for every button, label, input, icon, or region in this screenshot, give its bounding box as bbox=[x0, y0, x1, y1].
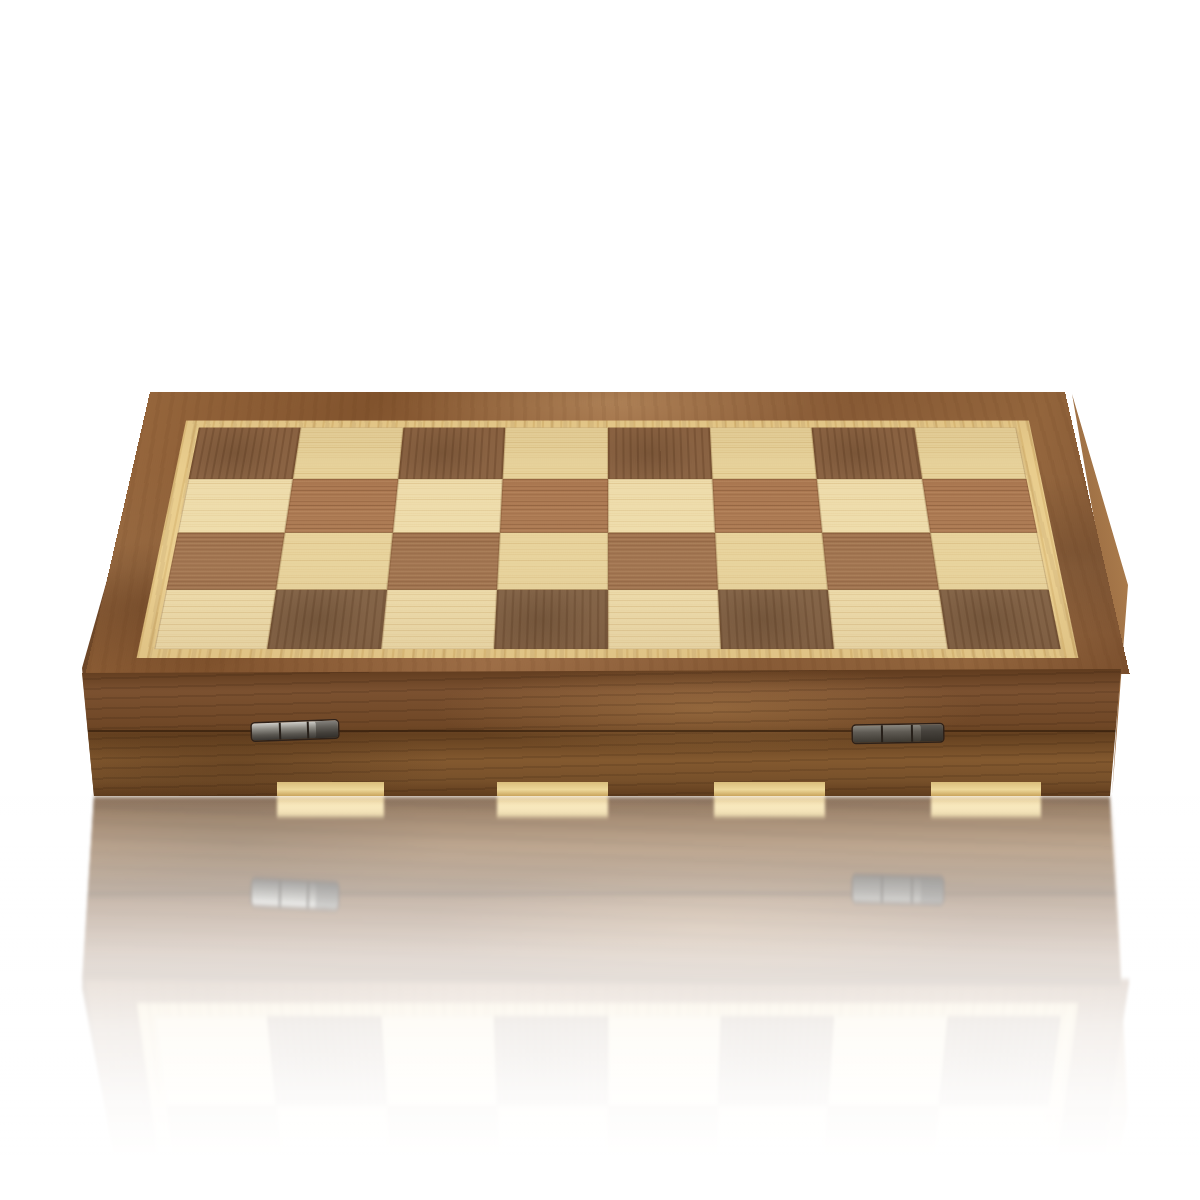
board-square-r3c8-light bbox=[930, 533, 1049, 590]
board-square-r3c2-light bbox=[277, 533, 393, 590]
board-square-r2c5-light bbox=[608, 479, 715, 533]
board-square-r4c5-light bbox=[608, 589, 721, 649]
board-square-r1c5-dark bbox=[608, 428, 713, 479]
maple-inlay-border bbox=[137, 421, 1079, 658]
board-square-r3c5-dark bbox=[608, 533, 718, 590]
fold-seam-line bbox=[82, 730, 1121, 732]
box-front-face bbox=[82, 668, 1121, 796]
bottom-edge-light-strip bbox=[497, 782, 608, 796]
board-square-r2c4-dark bbox=[500, 479, 607, 533]
board-square-r2c8-dark bbox=[922, 479, 1038, 533]
board-square-r3c7-dark bbox=[822, 533, 938, 590]
reflection-fade-overlay bbox=[0, 796, 1200, 1200]
board-square-r4c2-dark bbox=[268, 589, 387, 649]
bottom-edge-light-strip bbox=[931, 782, 1041, 796]
board-square-r1c4-light bbox=[503, 428, 608, 479]
board-square-r4c6-dark bbox=[718, 589, 834, 649]
board-square-r1c7-dark bbox=[812, 428, 922, 479]
hinge-left-icon bbox=[252, 721, 339, 741]
board-square-r2c1-light bbox=[178, 479, 294, 533]
board-square-r4c8-dark bbox=[938, 589, 1060, 649]
board-square-r3c6-light bbox=[715, 533, 828, 590]
board-square-r2c2-dark bbox=[285, 479, 398, 533]
board-square-r1c6-light bbox=[710, 428, 817, 479]
board-square-r3c4-light bbox=[497, 533, 607, 590]
folded-chess-board-box bbox=[0, 0, 1200, 800]
bottom-edge-light-strip bbox=[714, 782, 825, 796]
product-photo-stage bbox=[0, 0, 1200, 1200]
board-square-r3c1-dark bbox=[166, 533, 285, 590]
board-square-r1c3-dark bbox=[398, 428, 505, 479]
chessboard-grid bbox=[154, 428, 1061, 650]
board-square-r2c7-light bbox=[817, 479, 930, 533]
board-square-r1c2-light bbox=[293, 428, 403, 479]
board-square-r2c6-dark bbox=[712, 479, 822, 533]
board-square-r1c1-dark bbox=[189, 428, 301, 479]
board-square-r4c4-dark bbox=[494, 589, 607, 649]
board-square-r4c1-light bbox=[154, 589, 276, 649]
board-square-r4c3-light bbox=[381, 589, 497, 649]
board-square-r3c3-dark bbox=[387, 533, 500, 590]
board-square-r4c7-light bbox=[828, 589, 947, 649]
board-square-r2c3-light bbox=[393, 479, 503, 533]
board-top-surface bbox=[85, 392, 1129, 674]
board-square-r1c8-light bbox=[914, 428, 1026, 479]
hinge-right-icon bbox=[853, 724, 943, 743]
bottom-edge-light-strip bbox=[277, 782, 384, 796]
walnut-frame bbox=[85, 392, 1129, 674]
